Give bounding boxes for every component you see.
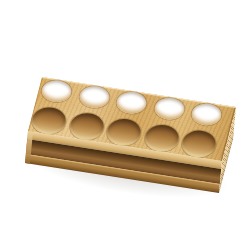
pit-front-5 [179, 128, 219, 159]
pit-front-1 [29, 105, 69, 136]
pit-front-2 [67, 110, 107, 141]
product-photo-wooden-tray-board [0, 0, 250, 250]
pit-front-3 [104, 116, 144, 147]
pit-front-4 [142, 122, 182, 153]
pit-back-4 [152, 96, 186, 121]
pit-back-2 [77, 84, 111, 109]
pit-back-3 [114, 90, 148, 115]
pit-back-1 [39, 78, 73, 103]
pit-back-5 [189, 102, 223, 127]
